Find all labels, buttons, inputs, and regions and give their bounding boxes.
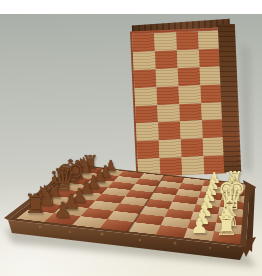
piece-black-rook: ♜ [19, 191, 52, 218]
piece-black-pawn: ♟ [50, 200, 76, 221]
scene: ♜♞♝♛♚♝♞♜♟♟♟♟♟♟♟♟♟♟♟♟♟♟♟♟♜♞♝♛♚♝♞♜ [0, 0, 262, 276]
pieces-layer: ♜♞♝♛♚♝♞♜♟♟♟♟♟♟♟♟♟♟♟♟♟♟♟♟♜♞♝♛♚♝♞♜ [0, 0, 262, 276]
piece-white-pawn: ♟ [186, 216, 212, 237]
piece-white-rook: ♜ [210, 213, 243, 240]
